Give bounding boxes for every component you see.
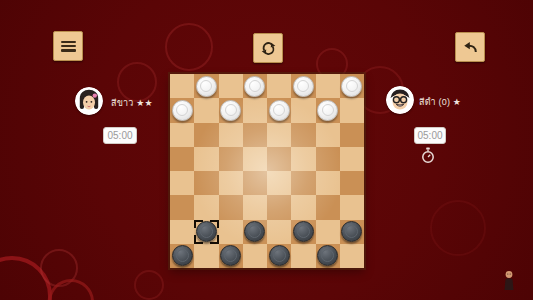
- square-b5[interactable]: [194, 147, 218, 171]
- white-player-timer: 05:00: [103, 127, 137, 144]
- black-player-name: สีดำ (0) ★: [419, 95, 461, 109]
- white-piece[interactable]: [196, 76, 217, 97]
- black-piece[interactable]: [269, 245, 290, 266]
- square-e1[interactable]: [267, 244, 291, 268]
- black-piece[interactable]: [341, 221, 362, 242]
- black-piece[interactable]: [172, 245, 193, 266]
- square-d5[interactable]: [243, 147, 267, 171]
- square-b8[interactable]: [194, 74, 218, 98]
- square-a5[interactable]: [170, 147, 194, 171]
- black-piece[interactable]: [196, 221, 217, 242]
- square-e8[interactable]: [267, 74, 291, 98]
- square-h8[interactable]: [340, 74, 364, 98]
- square-e5[interactable]: [267, 147, 291, 171]
- square-d6[interactable]: [243, 123, 267, 147]
- square-c5[interactable]: [219, 147, 243, 171]
- square-g4[interactable]: [316, 171, 340, 195]
- square-h2[interactable]: [340, 220, 364, 244]
- decor-circle: [165, 23, 213, 71]
- decor-circle: [0, 256, 52, 300]
- white-player-avatar: [75, 87, 103, 115]
- square-h3[interactable]: [340, 195, 364, 219]
- undo-arrow-icon: [462, 39, 479, 56]
- black-piece[interactable]: [220, 245, 241, 266]
- square-h4[interactable]: [340, 171, 364, 195]
- square-g7[interactable]: [316, 98, 340, 122]
- white-piece[interactable]: [317, 100, 338, 121]
- square-d3[interactable]: [243, 195, 267, 219]
- mascot-figure-icon: [503, 270, 515, 296]
- square-d2[interactable]: [243, 220, 267, 244]
- square-a4[interactable]: [170, 171, 194, 195]
- square-b6[interactable]: [194, 123, 218, 147]
- black-piece[interactable]: [293, 221, 314, 242]
- square-c8[interactable]: [219, 74, 243, 98]
- refresh-icon: [260, 40, 277, 57]
- square-d8[interactable]: [243, 74, 267, 98]
- square-g5[interactable]: [316, 147, 340, 171]
- square-d1[interactable]: [243, 244, 267, 268]
- decor-circle: [430, 200, 486, 256]
- square-d4[interactable]: [243, 171, 267, 195]
- decor-circle: [134, 270, 164, 300]
- white-piece[interactable]: [269, 100, 290, 121]
- square-g6[interactable]: [316, 123, 340, 147]
- square-c7[interactable]: [219, 98, 243, 122]
- square-a1[interactable]: [170, 244, 194, 268]
- square-e3[interactable]: [267, 195, 291, 219]
- undo-button[interactable]: [455, 32, 485, 62]
- square-c6[interactable]: [219, 123, 243, 147]
- square-a3[interactable]: [170, 195, 194, 219]
- square-c2[interactable]: [219, 220, 243, 244]
- square-g3[interactable]: [316, 195, 340, 219]
- menu-button[interactable]: [53, 31, 83, 61]
- black-player-avatar: [386, 86, 414, 114]
- square-g1[interactable]: [316, 244, 340, 268]
- square-h5[interactable]: [340, 147, 364, 171]
- white-player-name: สีขาว ★★: [111, 96, 153, 110]
- square-h7[interactable]: [340, 98, 364, 122]
- square-a6[interactable]: [170, 123, 194, 147]
- restart-button[interactable]: [253, 33, 283, 63]
- white-piece[interactable]: [220, 100, 241, 121]
- square-f7[interactable]: [291, 98, 315, 122]
- square-f8[interactable]: [291, 74, 315, 98]
- square-f2[interactable]: [291, 220, 315, 244]
- square-f6[interactable]: [291, 123, 315, 147]
- square-e7[interactable]: [267, 98, 291, 122]
- square-f1[interactable]: [291, 244, 315, 268]
- square-b7[interactable]: [194, 98, 218, 122]
- black-piece[interactable]: [244, 221, 265, 242]
- square-a8[interactable]: [170, 74, 194, 98]
- square-a2[interactable]: [170, 220, 194, 244]
- white-piece[interactable]: [293, 76, 314, 97]
- square-g2[interactable]: [316, 220, 340, 244]
- decor-circle: [40, 249, 78, 287]
- square-b2[interactable]: [194, 220, 218, 244]
- white-piece[interactable]: [341, 76, 362, 97]
- decor-circle: [48, 279, 94, 300]
- square-g8[interactable]: [316, 74, 340, 98]
- square-f3[interactable]: [291, 195, 315, 219]
- square-e2[interactable]: [267, 220, 291, 244]
- square-a7[interactable]: [170, 98, 194, 122]
- square-c4[interactable]: [219, 171, 243, 195]
- square-e4[interactable]: [267, 171, 291, 195]
- square-d7[interactable]: [243, 98, 267, 122]
- square-e6[interactable]: [267, 123, 291, 147]
- white-piece[interactable]: [172, 100, 193, 121]
- square-b3[interactable]: [194, 195, 218, 219]
- square-h6[interactable]: [340, 123, 364, 147]
- hamburger-icon: [61, 41, 76, 52]
- square-c3[interactable]: [219, 195, 243, 219]
- square-c1[interactable]: [219, 244, 243, 268]
- square-b4[interactable]: [194, 171, 218, 195]
- board: [170, 74, 364, 268]
- square-b1[interactable]: [194, 244, 218, 268]
- stopwatch-icon: [421, 147, 435, 168]
- square-h1[interactable]: [340, 244, 364, 268]
- square-f4[interactable]: [291, 171, 315, 195]
- white-piece[interactable]: [244, 76, 265, 97]
- square-f5[interactable]: [291, 147, 315, 171]
- black-player-timer: 05:00: [414, 127, 446, 144]
- black-piece[interactable]: [317, 245, 338, 266]
- game-screen: สีขาว ★★ 05:00 สีดำ (0) ★ 05:00: [0, 0, 533, 300]
